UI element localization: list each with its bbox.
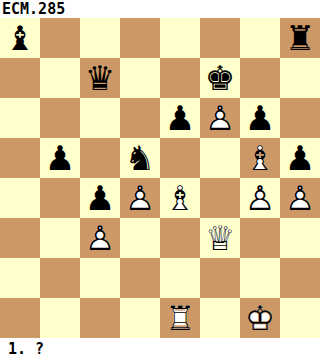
square-a1[interactable] <box>0 298 40 338</box>
square-h6[interactable] <box>280 98 320 138</box>
square-d8[interactable] <box>120 18 160 58</box>
piece-glyph: ♟ <box>240 98 280 138</box>
square-f3[interactable]: ♛♕ <box>200 218 240 258</box>
square-e7[interactable] <box>160 58 200 98</box>
black-pawn-piece: ♟ <box>80 178 120 218</box>
square-d2[interactable] <box>120 258 160 298</box>
square-b2[interactable] <box>40 258 80 298</box>
white-rook-piece: ♜♖ <box>160 298 200 338</box>
piece-outline: ♖ <box>160 298 200 338</box>
black-pawn-piece: ♟ <box>240 98 280 138</box>
square-a6[interactable] <box>0 98 40 138</box>
square-b5[interactable]: ♟ <box>40 138 80 178</box>
square-f4[interactable] <box>200 178 240 218</box>
white-pawn-piece: ♟♙ <box>80 218 120 258</box>
square-a2[interactable] <box>0 258 40 298</box>
white-pawn-piece: ♟♙ <box>200 98 240 138</box>
piece-glyph: ♟ <box>80 178 120 218</box>
square-f1[interactable] <box>200 298 240 338</box>
black-pawn-piece: ♟ <box>160 98 200 138</box>
square-g8[interactable] <box>240 18 280 58</box>
black-king-piece: ♚ <box>200 58 240 98</box>
square-g1[interactable]: ♚♔ <box>240 298 280 338</box>
piece-glyph: ♟ <box>160 98 200 138</box>
white-pawn-piece: ♟♙ <box>240 178 280 218</box>
square-h4[interactable]: ♟♙ <box>280 178 320 218</box>
square-f2[interactable] <box>200 258 240 298</box>
piece-glyph: ♟ <box>40 138 80 178</box>
piece-glyph: ♜ <box>280 18 320 58</box>
square-h1[interactable] <box>280 298 320 338</box>
square-a3[interactable] <box>0 218 40 258</box>
square-c8[interactable] <box>80 18 120 58</box>
square-c4[interactable]: ♟ <box>80 178 120 218</box>
square-c1[interactable] <box>80 298 120 338</box>
square-h7[interactable] <box>280 58 320 98</box>
square-c5[interactable] <box>80 138 120 178</box>
square-b6[interactable] <box>40 98 80 138</box>
piece-outline: ♙ <box>280 178 320 218</box>
white-queen-piece: ♛♕ <box>200 218 240 258</box>
square-d4[interactable]: ♟♙ <box>120 178 160 218</box>
puzzle-title: ECM.285 <box>0 0 320 18</box>
black-rook-piece: ♜ <box>280 18 320 58</box>
square-f6[interactable]: ♟♙ <box>200 98 240 138</box>
piece-glyph: ♚ <box>200 58 240 98</box>
black-knight-piece: ♞ <box>120 138 160 178</box>
black-bishop-piece: ♝ <box>0 18 40 58</box>
white-king-piece: ♚♔ <box>240 298 280 338</box>
square-d6[interactable] <box>120 98 160 138</box>
square-c2[interactable] <box>80 258 120 298</box>
square-h8[interactable]: ♜ <box>280 18 320 58</box>
piece-glyph: ♞ <box>120 138 160 178</box>
square-h5[interactable]: ♟ <box>280 138 320 178</box>
square-e5[interactable] <box>160 138 200 178</box>
piece-glyph: ♛ <box>80 58 120 98</box>
square-b3[interactable] <box>40 218 80 258</box>
square-e3[interactable] <box>160 218 200 258</box>
square-g2[interactable] <box>240 258 280 298</box>
square-b7[interactable] <box>40 58 80 98</box>
square-c7[interactable]: ♛ <box>80 58 120 98</box>
square-b8[interactable] <box>40 18 80 58</box>
white-pawn-piece: ♟♙ <box>120 178 160 218</box>
square-d5[interactable]: ♞ <box>120 138 160 178</box>
black-pawn-piece: ♟ <box>40 138 80 178</box>
black-queen-piece: ♛ <box>80 58 120 98</box>
piece-outline: ♔ <box>240 298 280 338</box>
white-bishop-piece: ♝♗ <box>160 178 200 218</box>
piece-outline: ♗ <box>160 178 200 218</box>
piece-outline: ♕ <box>200 218 240 258</box>
square-g7[interactable] <box>240 58 280 98</box>
square-e2[interactable] <box>160 258 200 298</box>
square-g3[interactable] <box>240 218 280 258</box>
square-a8[interactable]: ♝ <box>0 18 40 58</box>
square-a7[interactable] <box>0 58 40 98</box>
square-e4[interactable]: ♝♗ <box>160 178 200 218</box>
square-g5[interactable]: ♝♗ <box>240 138 280 178</box>
square-g6[interactable]: ♟ <box>240 98 280 138</box>
square-g4[interactable]: ♟♙ <box>240 178 280 218</box>
piece-outline: ♙ <box>80 218 120 258</box>
piece-outline: ♙ <box>240 178 280 218</box>
square-d1[interactable] <box>120 298 160 338</box>
white-pawn-piece: ♟♙ <box>280 178 320 218</box>
square-d3[interactable] <box>120 218 160 258</box>
square-h2[interactable] <box>280 258 320 298</box>
square-d7[interactable] <box>120 58 160 98</box>
square-c6[interactable] <box>80 98 120 138</box>
square-e6[interactable]: ♟ <box>160 98 200 138</box>
piece-outline: ♙ <box>120 178 160 218</box>
square-a5[interactable] <box>0 138 40 178</box>
chess-board: ♝♜♛♚♟♟♙♟♟♞♝♗♟♟♟♙♝♗♟♙♟♙♟♙♛♕♜♖♚♔ <box>0 18 320 338</box>
square-f5[interactable] <box>200 138 240 178</box>
black-pawn-piece: ♟ <box>280 138 320 178</box>
piece-outline: ♗ <box>240 138 280 178</box>
square-a4[interactable] <box>0 178 40 218</box>
square-f8[interactable] <box>200 18 240 58</box>
square-c3[interactable]: ♟♙ <box>80 218 120 258</box>
square-h3[interactable] <box>280 218 320 258</box>
square-b1[interactable] <box>40 298 80 338</box>
piece-outline: ♙ <box>200 98 240 138</box>
square-b4[interactable] <box>40 178 80 218</box>
square-e1[interactable]: ♜♖ <box>160 298 200 338</box>
piece-glyph: ♝ <box>0 18 40 58</box>
piece-glyph: ♟ <box>280 138 320 178</box>
square-e8[interactable] <box>160 18 200 58</box>
white-bishop-piece: ♝♗ <box>240 138 280 178</box>
move-prompt: 1. ? <box>0 338 320 360</box>
square-f7[interactable]: ♚ <box>200 58 240 98</box>
chess-puzzle-app: ECM.285 ♝♜♛♚♟♟♙♟♟♞♝♗♟♟♟♙♝♗♟♙♟♙♟♙♛♕♜♖♚♔ 1… <box>0 0 320 360</box>
